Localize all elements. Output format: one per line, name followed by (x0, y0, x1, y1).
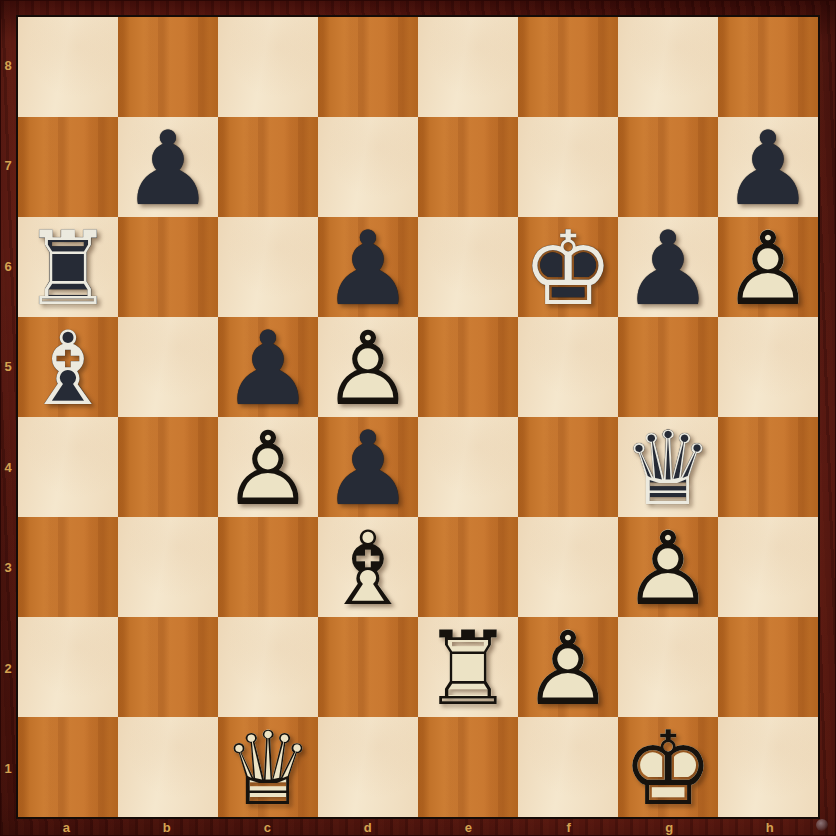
square-e4[interactable] (418, 417, 518, 517)
square-b4[interactable] (118, 417, 218, 517)
white-pawn[interactable]: ♟♙ (618, 517, 718, 617)
square-d2[interactable] (318, 617, 418, 717)
piece-glyph-fill: ♟ (118, 119, 218, 219)
square-c7[interactable] (218, 117, 318, 217)
square-g4[interactable]: ♛♕ (618, 417, 718, 517)
piece-glyph-outline: ♔ (618, 719, 718, 819)
square-f7[interactable] (518, 117, 618, 217)
file-label-e: e (418, 819, 519, 836)
square-a7[interactable] (18, 117, 118, 217)
square-c5[interactable]: ♟ (218, 317, 318, 417)
piece-glyph-fill: ♟ (318, 419, 418, 519)
square-h4[interactable] (718, 417, 818, 517)
square-g5[interactable] (618, 317, 718, 417)
square-f6[interactable]: ♚♔ (518, 217, 618, 317)
square-f5[interactable] (518, 317, 618, 417)
square-f3[interactable] (518, 517, 618, 617)
square-a8[interactable] (18, 17, 118, 117)
square-b6[interactable] (118, 217, 218, 317)
black-bishop[interactable]: ♝♗ (18, 317, 118, 417)
rank-label-5: 5 (0, 317, 16, 418)
square-b3[interactable] (118, 517, 218, 617)
square-e7[interactable] (418, 117, 518, 217)
white-pawn[interactable]: ♟♙ (718, 217, 818, 317)
white-pawn[interactable]: ♟♙ (318, 317, 418, 417)
rank-label-1: 1 (0, 719, 16, 820)
square-b7[interactable]: ♟ (118, 117, 218, 217)
piece-glyph-outline: ♙ (218, 419, 318, 519)
square-g6[interactable]: ♟ (618, 217, 718, 317)
black-pawn[interactable]: ♟ (618, 217, 718, 317)
file-label-b: b (117, 819, 218, 836)
square-b1[interactable] (118, 717, 218, 817)
square-f4[interactable] (518, 417, 618, 517)
white-rook[interactable]: ♜♖ (418, 617, 518, 717)
square-d4[interactable]: ♟ (318, 417, 418, 517)
square-c1[interactable]: ♛♕ (218, 717, 318, 817)
square-d3[interactable]: ♝♗ (318, 517, 418, 617)
square-h6[interactable]: ♟♙ (718, 217, 818, 317)
piece-glyph-outline: ♗ (18, 319, 118, 419)
square-a1[interactable] (18, 717, 118, 817)
rank-label-8: 8 (0, 15, 16, 116)
square-f8[interactable] (518, 17, 618, 117)
chess-board: ♟♟♜♖♟♚♔♟♟♙♝♗♟♟♙♟♙♟♛♕♝♗♟♙♜♖♟♙♛♕♚♔ (16, 15, 820, 819)
square-d1[interactable] (318, 717, 418, 817)
square-a3[interactable] (18, 517, 118, 617)
square-h7[interactable]: ♟ (718, 117, 818, 217)
square-e1[interactable] (418, 717, 518, 817)
white-pawn[interactable]: ♟♙ (218, 417, 318, 517)
square-e8[interactable] (418, 17, 518, 117)
square-c8[interactable] (218, 17, 318, 117)
white-pawn[interactable]: ♟♙ (518, 617, 618, 717)
square-d5[interactable]: ♟♙ (318, 317, 418, 417)
black-queen[interactable]: ♛♕ (618, 417, 718, 517)
piece-glyph-outline: ♕ (218, 719, 318, 819)
square-c6[interactable] (218, 217, 318, 317)
square-c3[interactable] (218, 517, 318, 617)
piece-glyph-fill: ♟ (318, 219, 418, 319)
square-a2[interactable] (18, 617, 118, 717)
square-c4[interactable]: ♟♙ (218, 417, 318, 517)
piece-glyph-outline: ♙ (518, 619, 618, 719)
square-e5[interactable] (418, 317, 518, 417)
square-h8[interactable] (718, 17, 818, 117)
piece-glyph-outline: ♖ (18, 219, 118, 319)
file-labels: abcdefgh (16, 819, 820, 836)
rank-labels: 87654321 (0, 15, 16, 819)
black-king[interactable]: ♚♔ (518, 217, 618, 317)
rank-label-7: 7 (0, 116, 16, 217)
piece-glyph-outline: ♔ (518, 219, 618, 319)
square-d7[interactable] (318, 117, 418, 217)
black-pawn[interactable]: ♟ (218, 317, 318, 417)
square-h1[interactable] (718, 717, 818, 817)
piece-glyph-outline: ♙ (318, 319, 418, 419)
square-g8[interactable] (618, 17, 718, 117)
white-queen[interactable]: ♛♕ (218, 717, 318, 817)
file-label-d: d (318, 819, 419, 836)
black-pawn[interactable]: ♟ (118, 117, 218, 217)
black-rook[interactable]: ♜♖ (18, 217, 118, 317)
square-d8[interactable] (318, 17, 418, 117)
square-a5[interactable]: ♝♗ (18, 317, 118, 417)
square-b8[interactable] (118, 17, 218, 117)
square-e6[interactable] (418, 217, 518, 317)
square-a6[interactable]: ♜♖ (18, 217, 118, 317)
piece-glyph-outline: ♗ (318, 519, 418, 619)
square-g1[interactable]: ♚♔ (618, 717, 718, 817)
rank-label-2: 2 (0, 618, 16, 719)
square-h2[interactable] (718, 617, 818, 717)
square-b2[interactable] (118, 617, 218, 717)
square-g3[interactable]: ♟♙ (618, 517, 718, 617)
rank-label-6: 6 (0, 216, 16, 317)
square-f1[interactable] (518, 717, 618, 817)
black-pawn[interactable]: ♟ (718, 117, 818, 217)
square-h3[interactable] (718, 517, 818, 617)
black-pawn[interactable]: ♟ (318, 217, 418, 317)
file-label-a: a (16, 819, 117, 836)
square-d6[interactable]: ♟ (318, 217, 418, 317)
piece-glyph-outline: ♙ (618, 519, 718, 619)
white-king[interactable]: ♚♔ (618, 717, 718, 817)
rank-label-3: 3 (0, 518, 16, 619)
piece-glyph-fill: ♟ (718, 119, 818, 219)
square-b5[interactable] (118, 317, 218, 417)
white-bishop[interactable]: ♝♗ (318, 517, 418, 617)
piece-glyph-outline: ♖ (418, 619, 518, 719)
piece-glyph-fill: ♟ (218, 319, 318, 419)
piece-glyph-outline: ♕ (618, 419, 718, 519)
square-e3[interactable] (418, 517, 518, 617)
corner-watermark-icon (816, 819, 828, 831)
square-c2[interactable] (218, 617, 318, 717)
file-label-c: c (217, 819, 318, 836)
square-g7[interactable] (618, 117, 718, 217)
file-label-h: h (720, 819, 821, 836)
piece-glyph-outline: ♙ (718, 219, 818, 319)
rank-label-4: 4 (0, 417, 16, 518)
piece-glyph-fill: ♟ (618, 219, 718, 319)
file-label-f: f (519, 819, 620, 836)
square-g2[interactable] (618, 617, 718, 717)
black-pawn[interactable]: ♟ (318, 417, 418, 517)
square-a4[interactable] (18, 417, 118, 517)
square-h5[interactable] (718, 317, 818, 417)
square-f2[interactable]: ♟♙ (518, 617, 618, 717)
board-frame: ♟♟♜♖♟♚♔♟♟♙♝♗♟♟♙♟♙♟♛♕♝♗♟♙♜♖♟♙♛♕♚♔ 8765432… (0, 0, 836, 836)
file-label-g: g (619, 819, 720, 836)
square-e2[interactable]: ♜♖ (418, 617, 518, 717)
